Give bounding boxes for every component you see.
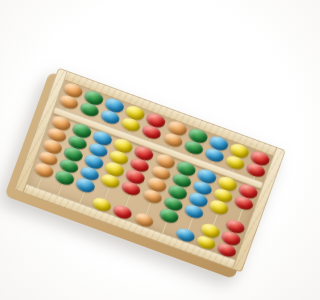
product-photo-scene (0, 0, 300, 300)
abacus-board (14, 68, 286, 273)
